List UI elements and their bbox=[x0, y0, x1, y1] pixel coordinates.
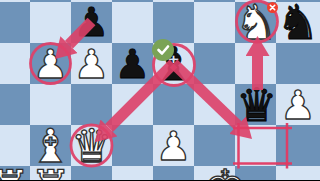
chess-board: ♟♞♞♟♟♟♝♛♟♝♛♟♜♜♚ bbox=[0, 0, 320, 180]
square-7-3[interactable] bbox=[276, 125, 320, 166]
white-rook-b1[interactable]: ♜ bbox=[23, 161, 79, 181]
square-7-4[interactable] bbox=[276, 166, 320, 180]
black-knight-h5[interactable]: ♞ bbox=[270, 0, 320, 48]
white-king-f1[interactable]: ♚ bbox=[197, 161, 253, 181]
black-bishop-e4[interactable]: ♝ bbox=[146, 38, 202, 90]
white-pawn-e2[interactable]: ♟ bbox=[146, 120, 202, 172]
white-pawn-h3[interactable]: ♟ bbox=[270, 79, 320, 131]
